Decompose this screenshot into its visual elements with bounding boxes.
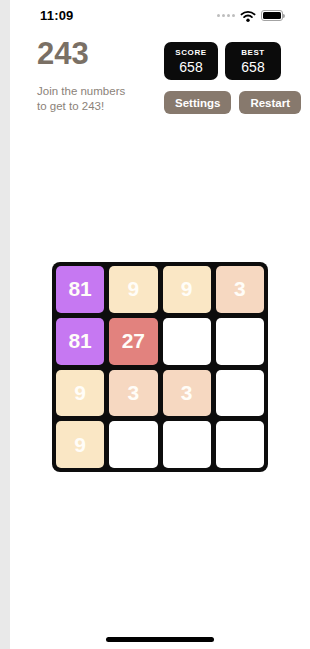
best-value: 658 (241, 59, 264, 75)
empty-cell (216, 421, 264, 468)
tile-3: 3 (109, 370, 157, 417)
status-icons (217, 9, 283, 22)
signal-dots-icon (217, 9, 235, 22)
tile-9: 9 (56, 421, 104, 468)
tile-81: 81 (56, 318, 104, 365)
tile-9: 9 (56, 370, 104, 417)
board[interactable]: 8199381279339 (52, 262, 268, 472)
empty-cell (216, 370, 264, 417)
empty-cell (109, 421, 157, 468)
restart-button[interactable]: Restart (239, 91, 301, 114)
score-label: SCORE (175, 48, 206, 57)
tile-27: 27 (109, 318, 157, 365)
empty-cell (216, 318, 264, 365)
status-bar: 11:09 (10, 0, 310, 30)
subtitle-line-2: to get to 243! (37, 99, 125, 114)
status-time: 11:09 (40, 8, 74, 23)
score-box: SCORE 658 (164, 42, 218, 80)
tile-3: 3 (216, 266, 264, 313)
home-indicator[interactable] (106, 637, 214, 642)
page-title: 243 (37, 36, 89, 72)
score-value: 658 (179, 59, 202, 75)
tile-81: 81 (56, 266, 104, 313)
tile-9: 9 (163, 266, 211, 313)
subtitle-line-1: Join the numbers (37, 84, 125, 99)
best-box: BEST 658 (225, 42, 281, 80)
wifi-icon (240, 10, 256, 22)
empty-cell (163, 318, 211, 365)
battery-icon (261, 10, 283, 21)
page-subtitle: Join the numbers to get to 243! (37, 84, 125, 114)
app-screen: 11:09 243 Join the numbers to get to 243… (10, 0, 310, 649)
tile-3: 3 (163, 370, 211, 417)
button-row: Settings Restart (164, 91, 301, 114)
best-label: BEST (241, 48, 265, 57)
empty-cell (163, 421, 211, 468)
score-row: SCORE 658 BEST 658 (164, 42, 281, 80)
tile-9: 9 (109, 266, 157, 313)
settings-button[interactable]: Settings (164, 91, 231, 114)
